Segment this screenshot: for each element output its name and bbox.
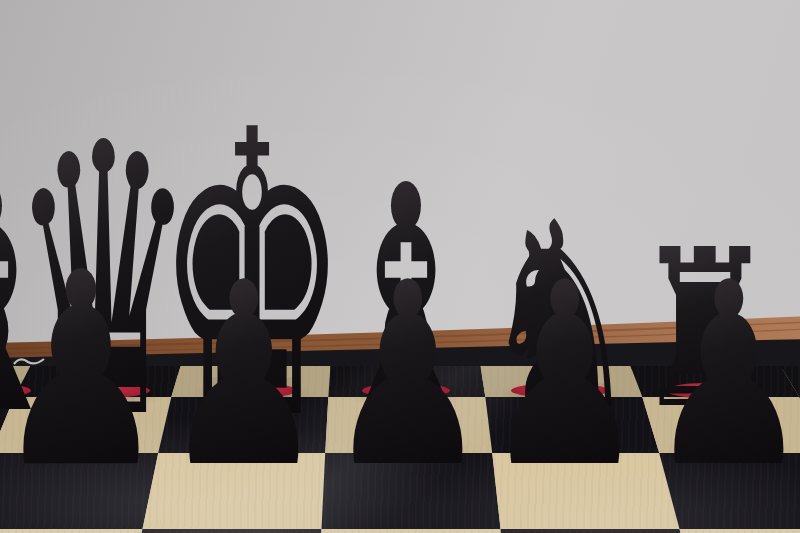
piece-black-pawn-g7[interactable]: ♟ <box>483 249 646 502</box>
photo-scene: ♝♝♛♛♚♚♝♝♞♞♜♜♟♟♟♟♟♟♟♟♟♟ <box>0 0 800 533</box>
piece-black-pawn-d7[interactable]: ♟ <box>0 237 167 504</box>
piece-black-pawn-h7[interactable]: ♟ <box>648 249 800 502</box>
piece-black-pawn-e7[interactable]: ♟ <box>163 249 326 502</box>
pieces-layer: ♝♝♛♛♚♚♝♝♞♞♜♜♟♟♟♟♟♟♟♟♟♟ <box>0 0 800 533</box>
piece-black-pawn-f7[interactable]: ♟ <box>326 249 489 502</box>
